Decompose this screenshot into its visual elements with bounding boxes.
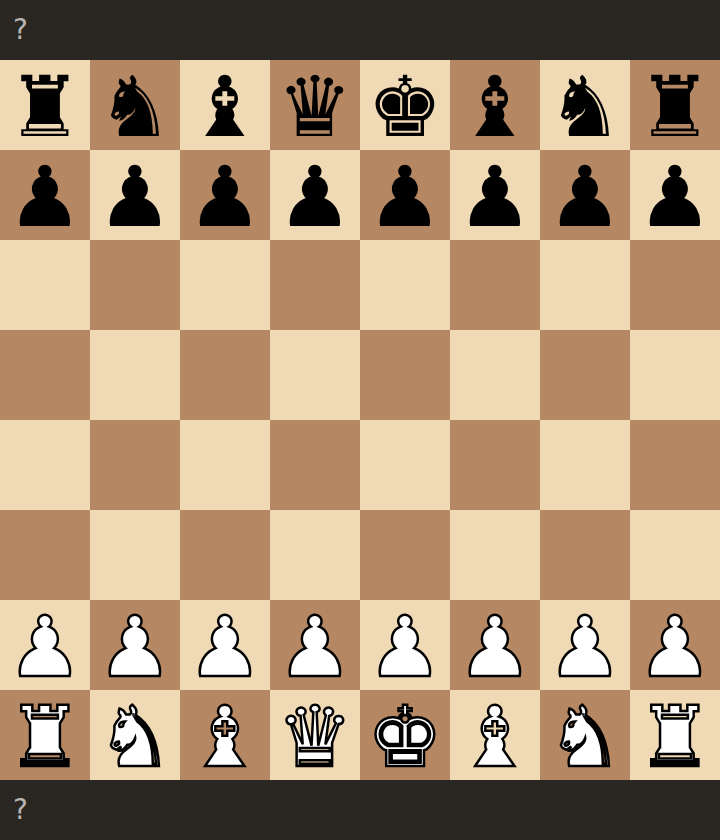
piece-white-queen[interactable]: ♛ xyxy=(277,692,352,780)
square-h5[interactable] xyxy=(630,330,720,420)
piece-white-pawn[interactable]: ♟ xyxy=(457,602,532,690)
piece-black-pawn[interactable]: ♟ xyxy=(277,152,352,240)
square-e1[interactable]: ♚ xyxy=(360,690,450,780)
square-a4[interactable] xyxy=(0,420,90,510)
piece-white-pawn[interactable]: ♟ xyxy=(7,602,82,690)
square-e7[interactable]: ♟ xyxy=(360,150,450,240)
square-b8[interactable]: ♞ xyxy=(90,60,180,150)
square-g8[interactable]: ♞ xyxy=(540,60,630,150)
piece-black-rook[interactable]: ♜ xyxy=(637,62,712,150)
square-f2[interactable]: ♟ xyxy=(450,600,540,690)
square-f3[interactable] xyxy=(450,510,540,600)
square-f8[interactable]: ♝ xyxy=(450,60,540,150)
square-a2[interactable]: ♟ xyxy=(0,600,90,690)
square-h4[interactable] xyxy=(630,420,720,510)
square-g1[interactable]: ♞ xyxy=(540,690,630,780)
square-c4[interactable] xyxy=(180,420,270,510)
chess-app: ? ♜♞♝♛♚♝♞♜♟♟♟♟♟♟♟♟♟♟♟♟♟♟♟♟♜♞♝♛♚♝♞♜ ? xyxy=(0,0,720,840)
square-e2[interactable]: ♟ xyxy=(360,600,450,690)
chess-board[interactable]: ♜♞♝♛♚♝♞♜♟♟♟♟♟♟♟♟♟♟♟♟♟♟♟♟♜♞♝♛♚♝♞♜ xyxy=(0,60,720,780)
square-h6[interactable] xyxy=(630,240,720,330)
square-a1[interactable]: ♜ xyxy=(0,690,90,780)
piece-white-pawn[interactable]: ♟ xyxy=(277,602,352,690)
square-c6[interactable] xyxy=(180,240,270,330)
piece-white-pawn[interactable]: ♟ xyxy=(97,602,172,690)
square-h8[interactable]: ♜ xyxy=(630,60,720,150)
square-g4[interactable] xyxy=(540,420,630,510)
square-b2[interactable]: ♟ xyxy=(90,600,180,690)
square-c1[interactable]: ♝ xyxy=(180,690,270,780)
piece-black-bishop[interactable]: ♝ xyxy=(457,62,532,150)
square-c3[interactable] xyxy=(180,510,270,600)
square-b6[interactable] xyxy=(90,240,180,330)
square-c2[interactable]: ♟ xyxy=(180,600,270,690)
square-g7[interactable]: ♟ xyxy=(540,150,630,240)
piece-white-bishop[interactable]: ♝ xyxy=(187,692,262,780)
piece-black-knight[interactable]: ♞ xyxy=(547,62,622,150)
square-g5[interactable] xyxy=(540,330,630,420)
piece-black-rook[interactable]: ♜ xyxy=(7,62,82,150)
square-d5[interactable] xyxy=(270,330,360,420)
piece-black-pawn[interactable]: ♟ xyxy=(97,152,172,240)
piece-white-king[interactable]: ♚ xyxy=(367,692,442,780)
square-h2[interactable]: ♟ xyxy=(630,600,720,690)
piece-white-knight[interactable]: ♞ xyxy=(97,692,172,780)
piece-white-rook[interactable]: ♜ xyxy=(7,692,82,780)
square-b3[interactable] xyxy=(90,510,180,600)
square-e5[interactable] xyxy=(360,330,450,420)
square-b1[interactable]: ♞ xyxy=(90,690,180,780)
top-player-name: ? xyxy=(13,16,28,44)
square-f1[interactable]: ♝ xyxy=(450,690,540,780)
square-h3[interactable] xyxy=(630,510,720,600)
square-e4[interactable] xyxy=(360,420,450,510)
piece-black-queen[interactable]: ♛ xyxy=(277,62,352,150)
piece-black-pawn[interactable]: ♟ xyxy=(187,152,262,240)
square-e3[interactable] xyxy=(360,510,450,600)
piece-white-pawn[interactable]: ♟ xyxy=(187,602,262,690)
square-d1[interactable]: ♛ xyxy=(270,690,360,780)
square-e6[interactable] xyxy=(360,240,450,330)
top-player-bar: ? xyxy=(0,0,720,60)
piece-black-pawn[interactable]: ♟ xyxy=(637,152,712,240)
square-d3[interactable] xyxy=(270,510,360,600)
square-g3[interactable] xyxy=(540,510,630,600)
square-f5[interactable] xyxy=(450,330,540,420)
square-a8[interactable]: ♜ xyxy=(0,60,90,150)
square-a3[interactable] xyxy=(0,510,90,600)
piece-black-pawn[interactable]: ♟ xyxy=(457,152,532,240)
square-f4[interactable] xyxy=(450,420,540,510)
square-d7[interactable]: ♟ xyxy=(270,150,360,240)
piece-black-pawn[interactable]: ♟ xyxy=(547,152,622,240)
square-a5[interactable] xyxy=(0,330,90,420)
square-b7[interactable]: ♟ xyxy=(90,150,180,240)
square-f7[interactable]: ♟ xyxy=(450,150,540,240)
square-c7[interactable]: ♟ xyxy=(180,150,270,240)
piece-white-pawn[interactable]: ♟ xyxy=(367,602,442,690)
square-f6[interactable] xyxy=(450,240,540,330)
bottom-player-bar: ? xyxy=(0,780,720,840)
square-d8[interactable]: ♛ xyxy=(270,60,360,150)
square-h1[interactable]: ♜ xyxy=(630,690,720,780)
square-e8[interactable]: ♚ xyxy=(360,60,450,150)
square-c5[interactable] xyxy=(180,330,270,420)
square-a7[interactable]: ♟ xyxy=(0,150,90,240)
square-b4[interactable] xyxy=(90,420,180,510)
piece-white-pawn[interactable]: ♟ xyxy=(547,602,622,690)
piece-white-pawn[interactable]: ♟ xyxy=(637,602,712,690)
square-c8[interactable]: ♝ xyxy=(180,60,270,150)
bottom-player-name: ? xyxy=(13,796,28,824)
piece-black-king[interactable]: ♚ xyxy=(367,62,442,150)
square-g2[interactable]: ♟ xyxy=(540,600,630,690)
square-a6[interactable] xyxy=(0,240,90,330)
square-d6[interactable] xyxy=(270,240,360,330)
square-g6[interactable] xyxy=(540,240,630,330)
piece-black-bishop[interactable]: ♝ xyxy=(187,62,262,150)
piece-black-pawn[interactable]: ♟ xyxy=(367,152,442,240)
square-d2[interactable]: ♟ xyxy=(270,600,360,690)
piece-white-rook[interactable]: ♜ xyxy=(637,692,712,780)
piece-white-bishop[interactable]: ♝ xyxy=(457,692,532,780)
square-d4[interactable] xyxy=(270,420,360,510)
piece-white-knight[interactable]: ♞ xyxy=(547,692,622,780)
square-h7[interactable]: ♟ xyxy=(630,150,720,240)
square-b5[interactable] xyxy=(90,330,180,420)
piece-black-pawn[interactable]: ♟ xyxy=(7,152,82,240)
piece-black-knight[interactable]: ♞ xyxy=(97,62,172,150)
